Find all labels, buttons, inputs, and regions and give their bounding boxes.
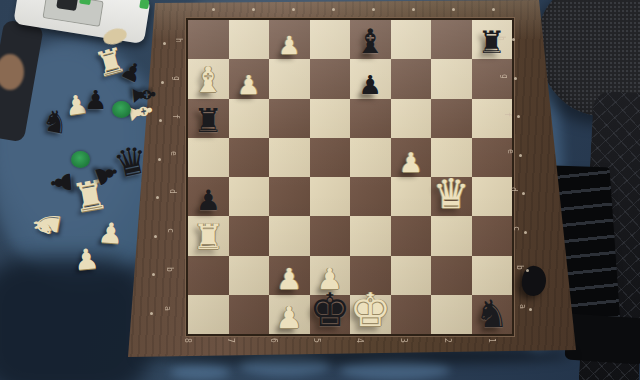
square-f4[interactable] [350, 99, 391, 138]
square-e8[interactable] [188, 138, 229, 177]
square-f1[interactable] [472, 99, 513, 138]
square-c5[interactable] [310, 216, 351, 255]
square-e5[interactable] [310, 138, 351, 177]
white-pawn-h6[interactable]: ♟ [278, 33, 300, 58]
square-d6[interactable] [269, 177, 310, 216]
square-a4[interactable]: ♚ [350, 295, 391, 334]
square-f3[interactable] [391, 99, 432, 138]
rank-label-1: 1 [487, 338, 496, 343]
frame-inlay-dot [517, 115, 520, 118]
square-h4[interactable]: ♝ [350, 20, 391, 59]
file-label-left-e: e [169, 151, 178, 156]
file-label-left-h: h [174, 38, 183, 43]
square-g7[interactable]: ♟ [229, 59, 270, 98]
square-c3[interactable] [391, 216, 432, 255]
square-e1[interactable] [472, 138, 513, 177]
square-b6[interactable]: ♟ [269, 256, 310, 295]
square-a2[interactable] [431, 295, 472, 334]
square-c6[interactable] [269, 216, 310, 255]
square-d1[interactable] [472, 177, 513, 216]
white-king-a4[interactable]: ♚ [350, 287, 391, 333]
square-a6[interactable]: ♟ [269, 295, 310, 334]
green-felt-base [112, 101, 131, 118]
piece-tray-base [564, 313, 640, 364]
square-f7[interactable] [229, 99, 270, 138]
white-pawn-g7[interactable]: ♟ [237, 72, 260, 98]
frame-inlay-dot [492, 8, 495, 11]
square-a5[interactable]: ♚ [310, 295, 351, 334]
square-c8[interactable]: ♜ [188, 216, 229, 255]
frame-inlay-dot [526, 269, 529, 272]
white-queen-d2[interactable]: ♛ [433, 174, 470, 215]
black-pawn-g4[interactable]: ♟ [359, 72, 382, 98]
square-b1[interactable] [472, 256, 513, 295]
square-g3[interactable] [391, 59, 432, 98]
square-h8[interactable] [188, 20, 229, 59]
rank-label-5: 5 [312, 338, 321, 343]
file-label-left-d: d [168, 189, 177, 194]
captured-white-knight[interactable]: ♞ [27, 206, 66, 242]
square-g5[interactable] [310, 59, 351, 98]
square-f6[interactable] [269, 99, 310, 138]
file-label-right-d: d [509, 187, 518, 192]
square-e7[interactable] [229, 138, 270, 177]
white-rook-c8[interactable]: ♜ [193, 220, 224, 255]
file-label-right-a: a [518, 304, 527, 309]
square-b8[interactable] [188, 256, 229, 295]
square-c4[interactable] [350, 216, 391, 255]
frame-inlay-dot [519, 154, 522, 157]
frame-inlay-dot [154, 235, 157, 238]
frame-inlay-dot [292, 8, 295, 11]
frame-inlay-dot [412, 8, 415, 11]
captured-black-pawn[interactable]: ♟ [84, 87, 107, 113]
file-label-left-c: c [166, 228, 175, 233]
rank-label-6: 6 [269, 338, 278, 343]
square-a7[interactable] [229, 295, 270, 334]
square-f5[interactable] [310, 99, 351, 138]
black-pawn-d8[interactable]: ♟ [196, 187, 221, 215]
black-bishop-h4[interactable]: ♝ [355, 24, 385, 58]
frame-inlay-dot [161, 81, 164, 84]
square-g6[interactable] [269, 59, 310, 98]
frame-inlay-dot [212, 8, 215, 11]
square-g2[interactable] [431, 59, 472, 98]
device-green-button[interactable] [139, 0, 149, 9]
square-c1[interactable] [472, 216, 513, 255]
square-a8[interactable] [188, 295, 229, 334]
frame-inlay-dot [372, 8, 375, 11]
square-e3[interactable]: ♟ [391, 138, 432, 177]
square-h1[interactable]: ♜ [472, 20, 513, 59]
file-label-left-g: g [172, 76, 181, 81]
square-d8[interactable]: ♟ [188, 177, 229, 216]
frame-inlay-dot [522, 192, 525, 195]
captured-black-bishop[interactable]: ♝ [127, 80, 159, 109]
file-label-right-c: c [512, 226, 521, 231]
frame-inlay-dot [152, 273, 155, 276]
square-a3[interactable] [391, 295, 432, 334]
square-b2[interactable] [431, 256, 472, 295]
square-h7[interactable] [229, 20, 270, 59]
square-g4[interactable]: ♟ [350, 59, 391, 98]
carpet-swirl [170, 364, 230, 380]
square-g8[interactable]: ♝ [188, 59, 229, 98]
black-rook-f8[interactable]: ♜ [193, 104, 223, 137]
file-label-right-b: b [515, 265, 524, 270]
black-rook-h1[interactable]: ♜ [478, 27, 506, 58]
green-felt-base [71, 151, 90, 168]
file-label-left-a: a [163, 306, 172, 311]
square-f8[interactable]: ♜ [188, 99, 229, 138]
square-h5[interactable] [310, 20, 351, 59]
frame-inlay-dot [150, 312, 153, 315]
file-label-left-b: b [165, 267, 174, 272]
frame-inlay-dot [514, 77, 517, 80]
square-c7[interactable] [229, 216, 270, 255]
rank-label-7: 7 [226, 338, 235, 343]
square-c2[interactable] [431, 216, 472, 255]
black-king-a5[interactable]: ♚ [309, 287, 350, 333]
square-d3[interactable] [391, 177, 432, 216]
square-f2[interactable] [431, 99, 472, 138]
file-label-right-f: f [503, 112, 512, 117]
frame-inlay-dot [452, 8, 455, 11]
board-grid: ♟♝♜♝♟♟♜♟♟♛♜♟♟♟♚♚♞ [188, 20, 512, 334]
square-b3[interactable] [391, 256, 432, 295]
square-d2[interactable]: ♛ [431, 177, 472, 216]
square-d4[interactable] [350, 177, 391, 216]
square-b7[interactable] [229, 256, 270, 295]
square-h2[interactable] [431, 20, 472, 59]
captured-white-pawn[interactable]: ♟ [97, 219, 124, 249]
frame-inlay-dot [156, 196, 159, 199]
rank-label-4: 4 [355, 338, 364, 343]
square-e4[interactable] [350, 138, 391, 177]
rank-label-3: 3 [399, 338, 408, 343]
square-d7[interactable] [229, 177, 270, 216]
rank-label-2: 2 [443, 338, 452, 343]
black-knight-a1[interactable]: ♞ [475, 295, 509, 333]
square-a1[interactable]: ♞ [472, 295, 513, 334]
frame-inlay-dot [512, 38, 515, 41]
frame-inlay-dot [163, 42, 166, 45]
captured-black-pawn[interactable]: ♟ [46, 169, 75, 195]
white-pawn-b6[interactable]: ♟ [276, 265, 302, 294]
frame-inlay-dot [252, 8, 255, 11]
frame-inlay-dot [524, 231, 527, 234]
frame-inlay-dot [529, 308, 532, 311]
file-label-right-g: g [500, 74, 509, 79]
white-pawn-a6[interactable]: ♟ [276, 303, 303, 333]
frame-inlay-dot [332, 8, 335, 11]
file-label-right-e: e [506, 149, 515, 154]
square-d5[interactable] [310, 177, 351, 216]
square-e6[interactable] [269, 138, 310, 177]
rank-label-8: 8 [183, 338, 192, 343]
frame-inlay-dot [158, 158, 161, 161]
square-h6[interactable]: ♟ [269, 20, 310, 59]
white-pawn-e3[interactable]: ♟ [399, 149, 423, 176]
scene: ♟♝♜♝♟♟♜♟♟♛♜♟♟♟♚♚♞ 87654321hgfedcbahgfedc… [0, 0, 640, 380]
captured-white-pawn[interactable]: ♟ [73, 245, 100, 275]
file-label-left-f: f [171, 114, 180, 119]
white-bishop-g8[interactable]: ♝ [193, 63, 224, 98]
square-h3[interactable] [391, 20, 432, 59]
